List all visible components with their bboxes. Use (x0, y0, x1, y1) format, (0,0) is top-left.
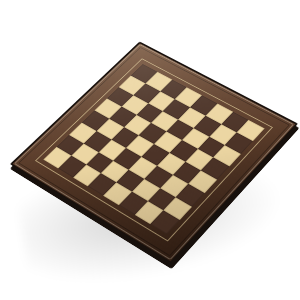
board-square-3-7[interactable] (201, 158, 229, 180)
board-square-3-5[interactable] (169, 140, 197, 161)
board-square-5-3[interactable] (114, 148, 142, 170)
board-square-6-4[interactable] (116, 169, 144, 191)
board-square-7-5[interactable] (119, 192, 148, 215)
board-square-6-7[interactable] (163, 197, 192, 220)
board-square-5-7[interactable] (176, 184, 205, 207)
board-square-7-4[interactable] (103, 182, 132, 205)
board-square-4-6[interactable] (173, 162, 201, 184)
board-square-7-2[interactable] (73, 164, 101, 186)
board-square-4-7[interactable] (189, 171, 218, 193)
board-square-1-7[interactable] (225, 132, 253, 153)
board-square-5-5[interactable] (144, 166, 172, 188)
board-square-4-4[interactable] (142, 144, 170, 166)
board-square-6-2[interactable] (86, 152, 114, 174)
scene (0, 0, 300, 300)
board-square-6-5[interactable] (132, 178, 161, 201)
board-square-5-4[interactable] (129, 157, 157, 179)
board-square-6-3[interactable] (101, 161, 129, 183)
board-square-6-6[interactable] (147, 188, 176, 211)
board-square-3-6[interactable] (185, 149, 213, 171)
board-square-4-5[interactable] (157, 153, 185, 175)
board-square-2-7[interactable] (213, 145, 241, 167)
board-square-5-6[interactable] (160, 175, 189, 197)
board-square-7-3[interactable] (88, 173, 116, 195)
board-square-7-7[interactable] (150, 211, 179, 235)
board-square-2-6[interactable] (197, 136, 225, 157)
board-square-7-1[interactable] (58, 156, 86, 178)
board-square-7-6[interactable] (134, 201, 163, 224)
